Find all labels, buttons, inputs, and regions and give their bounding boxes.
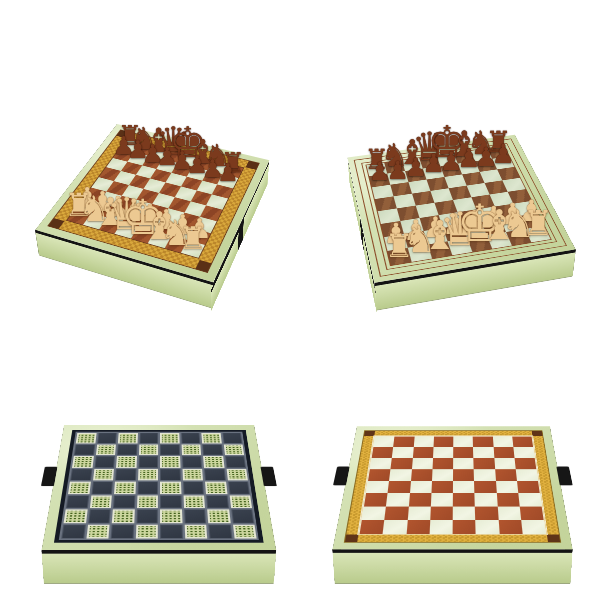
- square-d3: [136, 495, 157, 508]
- square-h7: [223, 444, 244, 455]
- square-a2: [362, 506, 386, 519]
- square-g5: [204, 469, 225, 481]
- border-corner-accent: [246, 161, 259, 170]
- square-f3: [183, 495, 205, 508]
- border-corner-accent: [364, 431, 375, 436]
- square-c7: [117, 444, 137, 455]
- square-f6: [182, 456, 202, 467]
- square-c3: [420, 215, 443, 231]
- square-d4: [434, 200, 457, 215]
- chess-box-red-top: [332, 426, 572, 549]
- square-e6: [160, 456, 180, 467]
- square-d1: [135, 524, 158, 538]
- square-d2: [430, 506, 453, 519]
- border-corner-accent: [345, 535, 358, 543]
- square-c3: [113, 495, 135, 508]
- square-g6: [203, 456, 224, 467]
- square-b6: [94, 456, 115, 467]
- side-handle-right: [556, 467, 573, 486]
- square-h2: [519, 506, 543, 519]
- square-d1: [448, 238, 473, 255]
- view-angled-set-lines: [315, 62, 600, 292]
- square-a3: [66, 495, 89, 508]
- view-empty-navy-board: [20, 330, 300, 545]
- square-f3: [476, 207, 500, 222]
- square-a7: [74, 444, 95, 455]
- square-f5: [182, 469, 203, 481]
- square-b4: [91, 482, 113, 494]
- square-c2: [112, 509, 135, 523]
- chessboard: [358, 436, 546, 534]
- square-b1: [383, 520, 407, 534]
- chess-box-angled-lines: [347, 135, 575, 283]
- square-h4: [508, 189, 532, 204]
- square-g3: [178, 212, 201, 228]
- square-d8: [139, 433, 158, 443]
- square-c2: [407, 506, 430, 519]
- square-f8: [473, 437, 493, 447]
- square-b7: [95, 444, 115, 455]
- square-f2: [475, 506, 498, 519]
- square-a1: [360, 520, 385, 534]
- border-corner-accent: [195, 260, 211, 272]
- square-d7: [433, 447, 453, 458]
- square-b4: [397, 206, 420, 221]
- square-h2: [231, 509, 255, 523]
- square-f7: [473, 447, 494, 458]
- square-a6: [370, 458, 392, 469]
- square-d7: [138, 444, 158, 455]
- square-e6: [453, 458, 474, 469]
- square-h3: [513, 201, 537, 216]
- square-b2: [88, 509, 111, 523]
- square-e2: [160, 509, 182, 523]
- square-c1: [428, 241, 453, 258]
- square-h5: [226, 469, 248, 481]
- border-corner-accent: [48, 218, 64, 229]
- square-c1: [406, 520, 430, 534]
- square-b8: [393, 437, 414, 447]
- square-h3: [229, 495, 252, 508]
- square-h5: [515, 469, 538, 481]
- border-corner-accent: [117, 130, 130, 138]
- border-corner-accent: [532, 431, 543, 436]
- box-front-face: [332, 549, 572, 584]
- square-e1: [160, 524, 182, 538]
- square-a4: [366, 481, 389, 493]
- square-a7: [372, 447, 394, 458]
- drawer-gap: [238, 218, 244, 251]
- square-b1: [408, 244, 432, 261]
- square-h1: [232, 524, 256, 538]
- chess-box-angled-mosaic: [35, 124, 269, 282]
- square-g4: [205, 482, 227, 494]
- square-h4: [517, 481, 540, 493]
- product-photo-canvas: ♜♞♝♛♚♝♞♜♟♟♟♟♟♟♟♟♟♟♟♟♟♟♟♟♜♞♝♛♚♝♞♜♜♞♝♛♚♝♞♜…: [0, 0, 600, 600]
- square-d5: [138, 469, 159, 481]
- square-e3: [160, 495, 181, 508]
- square-a5: [70, 469, 92, 481]
- square-c3: [114, 195, 137, 210]
- square-g7: [202, 444, 222, 455]
- square-d1: [429, 520, 452, 534]
- square-c1: [111, 524, 134, 538]
- square-e8: [160, 433, 179, 443]
- square-b7: [392, 447, 413, 458]
- square-d6: [138, 456, 158, 467]
- square-f4: [183, 482, 204, 494]
- square-f8: [181, 433, 201, 443]
- square-c4: [409, 481, 431, 493]
- square-h8: [222, 433, 242, 443]
- square-c5: [411, 469, 433, 481]
- square-g3: [206, 495, 228, 508]
- square-c6: [411, 458, 432, 469]
- square-a4: [68, 482, 90, 494]
- square-g1: [506, 229, 531, 246]
- square-c8: [118, 433, 138, 443]
- square-e2: [453, 506, 476, 519]
- square-b2: [385, 506, 409, 519]
- square-g4: [496, 481, 519, 493]
- square-b6: [391, 458, 413, 469]
- square-g2: [207, 509, 230, 523]
- square-e1: [453, 520, 476, 534]
- square-c2: [107, 206, 130, 222]
- square-c8: [413, 437, 433, 447]
- square-b8: [97, 433, 117, 443]
- square-e8: [453, 437, 473, 447]
- square-g8: [492, 437, 513, 447]
- square-f4: [168, 197, 190, 212]
- border-corner-accent: [547, 535, 560, 543]
- square-g6: [494, 458, 516, 469]
- square-b1: [86, 524, 110, 538]
- square-e4: [453, 481, 475, 493]
- square-f5: [474, 469, 496, 481]
- square-e4: [152, 193, 174, 208]
- chess-box-navy-top: [42, 425, 277, 550]
- square-f3: [161, 208, 184, 224]
- square-g5: [495, 469, 517, 481]
- square-c6: [116, 456, 136, 467]
- square-a3: [381, 221, 404, 237]
- square-g8: [201, 433, 221, 443]
- square-b5: [93, 469, 114, 481]
- square-e7: [160, 444, 180, 455]
- square-d5: [432, 469, 453, 481]
- square-d4: [431, 481, 453, 493]
- square-e3: [145, 204, 168, 220]
- square-f1: [487, 232, 512, 249]
- square-a5: [368, 469, 391, 481]
- square-h6: [514, 458, 536, 469]
- square-c4: [416, 203, 439, 218]
- square-f4: [474, 481, 496, 493]
- square-f2: [184, 509, 206, 523]
- square-c7: [412, 447, 433, 458]
- square-b3: [89, 495, 111, 508]
- square-a6: [72, 456, 93, 467]
- square-d2: [136, 509, 158, 523]
- square-h6: [225, 456, 246, 467]
- box-front-face: [42, 550, 277, 584]
- square-b5: [389, 469, 411, 481]
- square-a1: [61, 524, 85, 538]
- square-d8: [433, 437, 453, 447]
- view-empty-red-board: [316, 322, 598, 540]
- square-a8: [373, 437, 394, 447]
- square-f1: [475, 520, 499, 534]
- view-angled-set-mosaic: [18, 58, 303, 293]
- square-g1: [208, 524, 232, 538]
- square-g7: [493, 447, 514, 458]
- square-e5: [453, 469, 474, 481]
- chessboard: [59, 432, 259, 540]
- square-e3: [458, 209, 482, 225]
- square-e7: [453, 447, 473, 458]
- square-h6: [212, 184, 233, 199]
- square-f7: [181, 444, 201, 455]
- square-a4: [378, 208, 401, 224]
- square-h8: [512, 437, 533, 447]
- square-e1: [467, 235, 492, 252]
- square-h4: [228, 482, 250, 494]
- square-a2: [64, 509, 88, 523]
- square-c4: [114, 482, 135, 494]
- square-d6: [432, 458, 453, 469]
- square-e4: [160, 482, 181, 494]
- square-d3: [439, 212, 463, 228]
- square-f6: [474, 458, 495, 469]
- square-c5: [115, 469, 136, 481]
- square-a1: [387, 248, 411, 266]
- square-g2: [171, 224, 194, 241]
- square-f1: [184, 524, 207, 538]
- square-a8: [76, 433, 96, 443]
- square-e5: [160, 469, 180, 481]
- square-g1: [498, 520, 522, 534]
- square-b4: [388, 481, 411, 493]
- square-h7: [513, 447, 535, 458]
- square-g2: [497, 506, 521, 519]
- square-d4: [137, 482, 158, 494]
- square-h1: [521, 520, 546, 534]
- side-handle-right: [260, 467, 277, 487]
